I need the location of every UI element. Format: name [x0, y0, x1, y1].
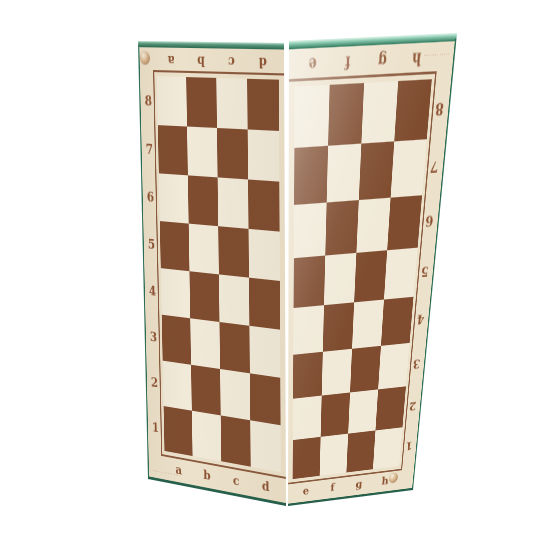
- pawn-medallion-icon: [140, 51, 150, 65]
- file-label-g-bottom: g: [355, 479, 362, 490]
- rank-label-6-left: 6: [147, 190, 155, 203]
- file-label-e-top: e: [308, 55, 317, 73]
- file-label-a-top: a: [167, 53, 174, 67]
- file-label-b-top: b: [197, 54, 205, 68]
- board-left-panel: aabbccdd87654321 ····· ········ ····: [138, 41, 286, 506]
- rank-label-1-right: 1: [405, 440, 413, 451]
- rank-label-4-right: 4: [416, 313, 424, 326]
- file-label-f-bottom: f: [330, 482, 335, 493]
- file-label-c-bottom: c: [233, 473, 240, 487]
- folding-chessboard-photo: aabbccdd87654321 ····· ········ ···· eef…: [0, 0, 533, 533]
- file-label-f-top: f: [345, 54, 351, 72]
- rank-label-6-right: 6: [425, 214, 434, 229]
- file-label-b-bottom: b: [203, 468, 211, 482]
- coordinate-labels-right: eeffgghh87654321: [288, 33, 457, 506]
- coordinate-labels-left: aabbccdd87654321: [138, 41, 286, 506]
- file-label-h-bottom: h: [381, 475, 389, 486]
- rank-label-5-left: 5: [148, 237, 155, 250]
- file-label-d-top: d: [259, 55, 267, 69]
- rank-label-4-left: 4: [149, 284, 156, 297]
- file-label-c-top: c: [228, 54, 235, 68]
- rank-label-7-left: 7: [146, 142, 154, 155]
- rank-label-2-left: 2: [151, 375, 158, 388]
- board-right-panel: eeffgghh87654321 ····· ········ ····: [288, 33, 457, 506]
- rank-label-7-right: 7: [430, 159, 439, 175]
- file-label-g-top: g: [378, 52, 388, 70]
- fine-print-top-right: ····· ········ ····: [414, 51, 449, 59]
- file-label-e-bottom: e: [303, 485, 309, 496]
- rank-label-2-right: 2: [409, 400, 417, 412]
- rank-label-1-left: 1: [152, 420, 159, 433]
- rank-label-3-left: 3: [150, 330, 157, 343]
- rank-label-3-right: 3: [412, 358, 420, 371]
- rank-label-8-right: 8: [435, 101, 445, 118]
- rank-label-5-right: 5: [420, 265, 429, 279]
- rank-label-8-left: 8: [144, 94, 152, 107]
- file-label-d-bottom: d: [262, 479, 270, 493]
